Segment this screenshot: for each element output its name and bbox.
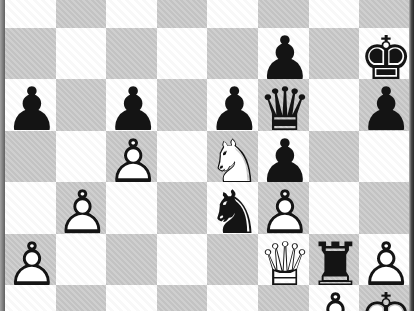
cell-d3	[157, 234, 208, 285]
cell-a7	[5, 28, 56, 79]
cell-h2: ♚♔	[359, 285, 410, 311]
cell-e3	[207, 234, 258, 285]
cell-b4: ♟♙	[56, 182, 107, 233]
cell-d5	[157, 131, 208, 182]
cell-b2	[56, 285, 107, 311]
cell-g8	[309, 0, 360, 28]
cell-a8	[5, 0, 56, 28]
cell-b5	[56, 131, 107, 182]
cell-h4	[359, 182, 410, 233]
cell-g5	[309, 131, 360, 182]
cell-d8	[157, 0, 208, 28]
cell-c5: ♟♙	[106, 131, 157, 182]
cell-c4	[106, 182, 157, 233]
cell-f4: ♟♙	[258, 182, 309, 233]
cell-g4	[309, 182, 360, 233]
cell-c6: ♟	[106, 79, 157, 130]
cell-h5	[359, 131, 410, 182]
cell-b7	[56, 28, 107, 79]
cell-f7: ♟	[258, 28, 309, 79]
cell-h7: ♚	[359, 28, 410, 79]
cell-g6	[309, 79, 360, 130]
cell-b8	[56, 0, 107, 28]
cell-e6: ♟	[207, 79, 258, 130]
cell-f3: ♛♕	[258, 234, 309, 285]
cell-c2	[106, 285, 157, 311]
cell-f2	[258, 285, 309, 311]
cell-b3	[56, 234, 107, 285]
cell-c7	[106, 28, 157, 79]
board-pieces: ♟♚♟♟♟♛♟♟♙♞♘♟♟♙♞♟♙♟♙♛♕♜♟♙♟♙♚♔	[5, 0, 410, 311]
piece-wP-g2: ♙	[309, 285, 363, 311]
cell-g7	[309, 28, 360, 79]
cell-e7	[207, 28, 258, 79]
cell-e4: ♞	[207, 182, 258, 233]
cell-c8	[106, 0, 157, 28]
cell-b6	[56, 79, 107, 130]
piece-wK-h2: ♔	[359, 285, 413, 311]
cell-a3: ♟♙	[5, 234, 56, 285]
chess-board: ♟♚♟♟♟♛♟♟♙♞♘♟♟♙♞♟♙♟♙♛♕♜♟♙♟♙♚♔	[0, 0, 414, 311]
cell-a2	[5, 285, 56, 311]
cell-e8	[207, 0, 258, 28]
cell-a4	[5, 182, 56, 233]
cell-a5	[5, 131, 56, 182]
cell-a6: ♟	[5, 79, 56, 130]
cell-f5: ♟	[258, 131, 309, 182]
cell-d2	[157, 285, 208, 311]
cell-d6	[157, 79, 208, 130]
cell-h3: ♟♙	[359, 234, 410, 285]
board-right-border	[409, 0, 414, 311]
cell-e5: ♞♘	[207, 131, 258, 182]
cell-h6: ♟	[359, 79, 410, 130]
cell-d7	[157, 28, 208, 79]
cell-f6: ♛	[258, 79, 309, 130]
cell-c3	[106, 234, 157, 285]
cell-g2: ♟♙	[309, 285, 360, 311]
cell-d4	[157, 182, 208, 233]
cell-g3: ♜	[309, 234, 360, 285]
cell-e2	[207, 285, 258, 311]
